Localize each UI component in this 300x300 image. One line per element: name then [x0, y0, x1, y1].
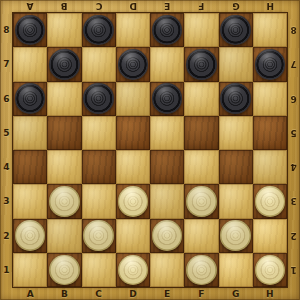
- file-label-h: H: [253, 0, 287, 13]
- square-c3[interactable]: [82, 184, 116, 218]
- light-piece-e2[interactable]: [152, 220, 183, 251]
- square-h2[interactable]: [253, 219, 287, 253]
- square-h6[interactable]: [253, 82, 287, 116]
- light-piece-h3[interactable]: [255, 186, 286, 217]
- square-d1[interactable]: [116, 253, 150, 287]
- square-g8[interactable]: [219, 13, 253, 47]
- dark-piece-c6[interactable]: [83, 83, 114, 114]
- square-f6[interactable]: [184, 82, 218, 116]
- files-bottom: ABCDEFGH: [13, 287, 287, 300]
- file-label-c: C: [82, 287, 116, 300]
- file-label-a: A: [13, 287, 47, 300]
- square-e7[interactable]: [150, 47, 184, 81]
- square-c1[interactable]: [82, 253, 116, 287]
- rank-label-8: 8: [287, 13, 300, 47]
- square-d8[interactable]: [116, 13, 150, 47]
- light-piece-g2[interactable]: [220, 220, 251, 251]
- square-e3[interactable]: [150, 184, 184, 218]
- square-f5[interactable]: [184, 116, 218, 150]
- dark-piece-h7[interactable]: [255, 49, 286, 80]
- square-f8[interactable]: [184, 13, 218, 47]
- square-b2[interactable]: [47, 219, 81, 253]
- square-c8[interactable]: [82, 13, 116, 47]
- square-a4[interactable]: [13, 150, 47, 184]
- square-e1[interactable]: [150, 253, 184, 287]
- rank-label-6: 6: [287, 82, 300, 116]
- square-a8[interactable]: [13, 13, 47, 47]
- square-a7[interactable]: [13, 47, 47, 81]
- dark-piece-d7[interactable]: [118, 49, 149, 80]
- rank-label-4: 4: [0, 150, 13, 184]
- rank-label-6: 6: [0, 82, 13, 116]
- rank-label-4: 4: [287, 150, 300, 184]
- square-a5[interactable]: [13, 116, 47, 150]
- dark-piece-c8[interactable]: [83, 15, 114, 46]
- square-c4[interactable]: [82, 150, 116, 184]
- square-b3[interactable]: [47, 184, 81, 218]
- file-label-b: B: [47, 287, 81, 300]
- square-b5[interactable]: [47, 116, 81, 150]
- square-h7[interactable]: [253, 47, 287, 81]
- rank-label-3: 3: [0, 184, 13, 218]
- square-f4[interactable]: [184, 150, 218, 184]
- file-label-f: F: [184, 287, 218, 300]
- square-a6[interactable]: [13, 82, 47, 116]
- square-g3[interactable]: [219, 184, 253, 218]
- square-c7[interactable]: [82, 47, 116, 81]
- square-d6[interactable]: [116, 82, 150, 116]
- square-e4[interactable]: [150, 150, 184, 184]
- board-grid: [13, 13, 287, 287]
- square-c5[interactable]: [82, 116, 116, 150]
- file-label-e: E: [150, 0, 184, 13]
- square-e8[interactable]: [150, 13, 184, 47]
- square-e6[interactable]: [150, 82, 184, 116]
- rank-label-7: 7: [0, 47, 13, 81]
- rank-label-2: 2: [0, 219, 13, 253]
- square-d7[interactable]: [116, 47, 150, 81]
- light-piece-f1[interactable]: [186, 255, 217, 286]
- square-b8[interactable]: [47, 13, 81, 47]
- light-piece-h1[interactable]: [255, 255, 286, 286]
- square-h3[interactable]: [253, 184, 287, 218]
- file-label-d: D: [116, 0, 150, 13]
- square-e2[interactable]: [150, 219, 184, 253]
- dark-piece-a6[interactable]: [15, 83, 46, 114]
- ranks-left: 87654321: [0, 13, 13, 287]
- file-label-c: C: [82, 0, 116, 13]
- square-b7[interactable]: [47, 47, 81, 81]
- square-a1[interactable]: [13, 253, 47, 287]
- square-g7[interactable]: [219, 47, 253, 81]
- square-f3[interactable]: [184, 184, 218, 218]
- file-label-h: H: [253, 287, 287, 300]
- light-piece-d1[interactable]: [118, 255, 149, 286]
- square-b6[interactable]: [47, 82, 81, 116]
- square-d5[interactable]: [116, 116, 150, 150]
- file-label-g: G: [219, 287, 253, 300]
- file-label-d: D: [116, 287, 150, 300]
- dark-piece-e6[interactable]: [152, 83, 183, 114]
- file-label-g: G: [219, 0, 253, 13]
- ranks-right: 87654321: [287, 13, 300, 287]
- square-b4[interactable]: [47, 150, 81, 184]
- square-g4[interactable]: [219, 150, 253, 184]
- square-g1[interactable]: [219, 253, 253, 287]
- square-d4[interactable]: [116, 150, 150, 184]
- checkers-app: ABCDEFGH ABCDEFGH 87654321 87654321: [0, 0, 300, 300]
- file-label-a: A: [13, 0, 47, 13]
- square-g2[interactable]: [219, 219, 253, 253]
- square-h4[interactable]: [253, 150, 287, 184]
- dark-piece-f7[interactable]: [186, 49, 217, 80]
- light-piece-f3[interactable]: [186, 186, 217, 217]
- dark-piece-g8[interactable]: [220, 15, 251, 46]
- square-b1[interactable]: [47, 253, 81, 287]
- square-h8[interactable]: [253, 13, 287, 47]
- rank-label-5: 5: [287, 116, 300, 150]
- light-piece-b3[interactable]: [49, 186, 80, 217]
- rank-label-3: 3: [287, 184, 300, 218]
- rank-label-2: 2: [287, 219, 300, 253]
- file-label-f: F: [184, 0, 218, 13]
- square-a2[interactable]: [13, 219, 47, 253]
- square-h1[interactable]: [253, 253, 287, 287]
- dark-piece-e8[interactable]: [152, 15, 183, 46]
- dark-piece-g6[interactable]: [220, 83, 251, 114]
- square-c2[interactable]: [82, 219, 116, 253]
- light-piece-b1[interactable]: [49, 255, 80, 286]
- rank-label-1: 1: [287, 253, 300, 287]
- dark-piece-b7[interactable]: [49, 49, 80, 80]
- square-d2[interactable]: [116, 219, 150, 253]
- rank-label-8: 8: [0, 13, 13, 47]
- dark-piece-a8[interactable]: [15, 15, 46, 46]
- rank-label-7: 7: [287, 47, 300, 81]
- rank-label-5: 5: [0, 116, 13, 150]
- rank-label-1: 1: [0, 253, 13, 287]
- square-g5[interactable]: [219, 116, 253, 150]
- square-a3[interactable]: [13, 184, 47, 218]
- square-h5[interactable]: [253, 116, 287, 150]
- light-piece-a2[interactable]: [15, 220, 46, 251]
- square-c6[interactable]: [82, 82, 116, 116]
- files-top: ABCDEFGH: [13, 0, 287, 13]
- light-piece-c2[interactable]: [83, 220, 114, 251]
- square-f1[interactable]: [184, 253, 218, 287]
- square-e5[interactable]: [150, 116, 184, 150]
- light-piece-d3[interactable]: [118, 186, 149, 217]
- square-f2[interactable]: [184, 219, 218, 253]
- square-d3[interactable]: [116, 184, 150, 218]
- file-label-b: B: [47, 0, 81, 13]
- square-f7[interactable]: [184, 47, 218, 81]
- square-g6[interactable]: [219, 82, 253, 116]
- file-label-e: E: [150, 287, 184, 300]
